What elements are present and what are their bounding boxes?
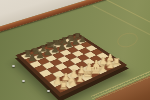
board-hinge — [47, 90, 50, 92]
board-hinge — [22, 80, 25, 82]
chess-photo-scene: ♜♞♝♛♚♝♞♜♟♟♟♟♟♟♟♟♟♟♟♟♟♟♟♟♜♞♝♛♚♝♞♜ — [0, 0, 150, 100]
board-hinge — [12, 65, 15, 67]
gilt-tooling-circle — [116, 31, 140, 50]
